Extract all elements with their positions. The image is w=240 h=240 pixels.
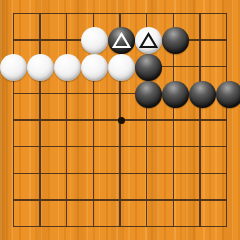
intersection[interactable] (54, 161, 81, 188)
intersection[interactable] (216, 161, 240, 188)
intersection[interactable] (135, 54, 162, 81)
black-stone (216, 81, 240, 108)
black-stone (108, 27, 135, 54)
intersection[interactable] (108, 54, 135, 81)
intersection[interactable] (27, 108, 54, 135)
triangle-mark-icon (139, 32, 158, 49)
black-stone (162, 27, 189, 54)
intersection[interactable] (216, 214, 240, 240)
intersection[interactable] (162, 27, 189, 54)
intersection[interactable] (81, 134, 108, 161)
intersection[interactable] (135, 187, 162, 214)
intersection[interactable] (81, 54, 108, 81)
intersection[interactable] (0, 0, 27, 27)
intersection[interactable] (108, 0, 135, 27)
white-stone (0, 54, 27, 81)
intersection[interactable] (0, 134, 27, 161)
intersection[interactable] (162, 0, 189, 27)
intersection[interactable] (216, 81, 240, 108)
intersection[interactable] (189, 134, 216, 161)
intersection[interactable] (54, 134, 81, 161)
intersection[interactable] (189, 214, 216, 240)
intersection[interactable] (81, 0, 108, 27)
intersection[interactable] (162, 108, 189, 135)
intersection[interactable] (108, 108, 135, 135)
black-stone (135, 81, 162, 108)
intersection[interactable] (135, 214, 162, 240)
intersection[interactable] (162, 81, 189, 108)
black-stone (135, 54, 162, 81)
intersection[interactable] (81, 187, 108, 214)
intersection[interactable] (27, 54, 54, 81)
intersection[interactable] (162, 54, 189, 81)
intersection[interactable] (108, 81, 135, 108)
white-stone (108, 54, 135, 81)
intersection[interactable] (108, 27, 135, 54)
intersection[interactable] (189, 187, 216, 214)
intersection[interactable] (162, 214, 189, 240)
black-stone (162, 81, 189, 108)
intersection[interactable] (0, 108, 27, 135)
intersection[interactable] (54, 81, 81, 108)
intersection[interactable] (0, 161, 27, 188)
white-stone (81, 54, 108, 81)
intersection[interactable] (135, 27, 162, 54)
intersection[interactable] (189, 54, 216, 81)
intersection[interactable] (216, 0, 240, 27)
intersection[interactable] (108, 187, 135, 214)
intersection[interactable] (135, 108, 162, 135)
triangle-mark-icon (112, 32, 131, 49)
intersection[interactable] (81, 27, 108, 54)
black-stone (189, 81, 216, 108)
intersection[interactable] (189, 81, 216, 108)
intersection[interactable] (0, 27, 27, 54)
intersection[interactable] (108, 161, 135, 188)
intersection[interactable] (81, 161, 108, 188)
intersection[interactable] (81, 214, 108, 240)
intersection[interactable] (135, 0, 162, 27)
intersection[interactable] (27, 0, 54, 27)
intersection[interactable] (135, 81, 162, 108)
intersection[interactable] (27, 81, 54, 108)
intersection[interactable] (162, 161, 189, 188)
board-grid (0, 0, 240, 240)
intersection[interactable] (108, 214, 135, 240)
white-stone (81, 27, 108, 54)
intersection[interactable] (54, 214, 81, 240)
intersection[interactable] (216, 54, 240, 81)
intersection[interactable] (189, 27, 216, 54)
intersection[interactable] (54, 187, 81, 214)
intersection[interactable] (81, 108, 108, 135)
intersection[interactable] (189, 108, 216, 135)
intersection[interactable] (81, 81, 108, 108)
intersection[interactable] (216, 108, 240, 135)
go-board (0, 0, 240, 240)
intersection[interactable] (54, 27, 81, 54)
intersection[interactable] (216, 134, 240, 161)
intersection[interactable] (27, 187, 54, 214)
intersection[interactable] (54, 54, 81, 81)
intersection[interactable] (135, 134, 162, 161)
intersection[interactable] (135, 161, 162, 188)
intersection[interactable] (27, 27, 54, 54)
intersection[interactable] (108, 134, 135, 161)
star-point (118, 117, 125, 124)
intersection[interactable] (162, 187, 189, 214)
intersection[interactable] (0, 81, 27, 108)
intersection[interactable] (216, 187, 240, 214)
intersection[interactable] (27, 161, 54, 188)
white-stone (54, 54, 81, 81)
intersection[interactable] (162, 134, 189, 161)
intersection[interactable] (189, 161, 216, 188)
intersection[interactable] (0, 187, 27, 214)
intersection[interactable] (27, 214, 54, 240)
white-stone (135, 27, 162, 54)
intersection[interactable] (27, 134, 54, 161)
intersection[interactable] (54, 0, 81, 27)
intersection[interactable] (54, 108, 81, 135)
white-stone (27, 54, 54, 81)
intersection[interactable] (0, 54, 27, 81)
intersection[interactable] (216, 27, 240, 54)
intersection[interactable] (0, 214, 27, 240)
intersection[interactable] (189, 0, 216, 27)
